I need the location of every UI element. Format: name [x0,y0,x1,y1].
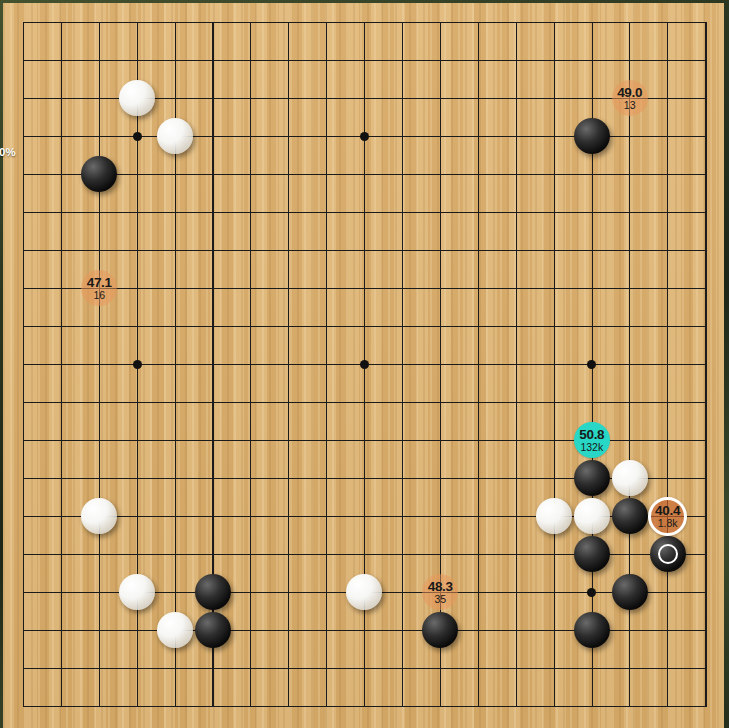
edge-winrate-label: 0% [0,146,16,158]
star-point [360,132,369,141]
black-stone [195,612,231,648]
white-stone [536,498,572,534]
black-stone [81,156,117,192]
black-stone [574,460,610,496]
move-suggestion-best[interactable]: 50.8132k [574,422,610,458]
go-analysis-screen: 49.01347.11650.8132k40.41.8k48.335 0% [0,0,729,728]
black-stone [422,612,458,648]
white-stone [119,574,155,610]
suggestion-winrate: 40.4 [655,504,680,518]
black-stone [574,612,610,648]
black-stone [574,536,610,572]
white-stone [612,460,648,496]
suggestion-visits: 132k [580,442,603,453]
move-suggestion-hovered[interactable]: 40.41.8k [648,497,687,536]
star-point [587,588,596,597]
white-stone [346,574,382,610]
star-point [587,360,596,369]
suggestion-visits: 13 [624,100,636,111]
white-stone [574,498,610,534]
white-stone [157,612,193,648]
white-stone [81,498,117,534]
suggestion-winrate: 47.1 [87,276,112,290]
black-stone [612,498,648,534]
black-stone [195,574,231,610]
suggestion-winrate: 49.0 [617,86,642,100]
suggestion-visits: 35 [434,594,446,605]
black-stone [650,536,686,572]
star-point [133,132,142,141]
suggestion-winrate: 48.3 [428,580,453,594]
star-point [133,360,142,369]
move-suggestion-candidate[interactable]: 48.335 [422,574,458,610]
suggestion-visits: 16 [93,290,105,301]
board-grid[interactable]: 49.01347.11650.8132k40.41.8k48.335 [5,3,725,725]
black-stone [574,118,610,154]
move-suggestion-candidate[interactable]: 47.116 [81,270,117,306]
suggestion-visits: 1.8k [658,518,678,529]
white-stone [119,80,155,116]
star-point [360,360,369,369]
last-move-marker-icon [658,544,678,564]
black-stone [612,574,648,610]
white-stone [157,118,193,154]
suggestion-winrate: 50.8 [579,428,604,442]
move-suggestion-candidate[interactable]: 49.013 [612,80,648,116]
